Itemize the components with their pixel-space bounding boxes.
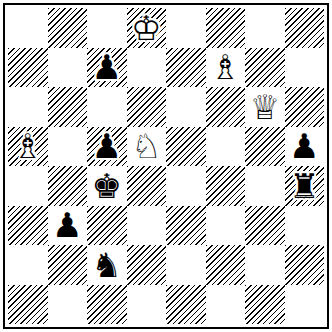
square-d8[interactable]: ♚♔ (127, 8, 167, 48)
queen-icon: ♕ (245, 87, 285, 127)
pawn-icon: ♟ (87, 48, 127, 88)
black-king-c4[interactable]: ♚ (87, 166, 127, 206)
square-b4[interactable] (48, 166, 88, 206)
square-b8[interactable] (48, 8, 88, 48)
board-frame: ♚♔♟♝♗♛♕♝♗♟♞♘♟♚♜♟♞ (3, 3, 329, 329)
square-a8[interactable] (8, 8, 48, 48)
square-c3[interactable] (87, 206, 127, 246)
square-c4[interactable]: ♚ (87, 166, 127, 206)
pawn-icon: ♟ (87, 127, 127, 167)
square-c1[interactable] (87, 285, 127, 325)
white-bishop-f7[interactable]: ♝♗ (206, 48, 246, 88)
chess-diagram: ♚♔♟♝♗♛♕♝♗♟♞♘♟♚♜♟♞ (0, 0, 332, 332)
square-e6[interactable] (166, 87, 206, 127)
black-pawn-c7[interactable]: ♟ (87, 48, 127, 88)
square-b5[interactable] (48, 127, 88, 167)
square-h2[interactable] (285, 245, 325, 285)
square-c8[interactable] (87, 8, 127, 48)
square-c2[interactable]: ♞ (87, 245, 127, 285)
square-a4[interactable] (8, 166, 48, 206)
square-f3[interactable] (206, 206, 246, 246)
square-g7[interactable] (245, 48, 285, 88)
square-h1[interactable] (285, 285, 325, 325)
square-h4[interactable]: ♜ (285, 166, 325, 206)
white-queen-g6[interactable]: ♛♕ (245, 87, 285, 127)
square-c7[interactable]: ♟ (87, 48, 127, 88)
square-d2[interactable] (127, 245, 167, 285)
square-g6[interactable]: ♛♕ (245, 87, 285, 127)
knight-icon: ♞ (87, 245, 127, 285)
square-e7[interactable] (166, 48, 206, 88)
square-f7[interactable]: ♝♗ (206, 48, 246, 88)
square-b2[interactable] (48, 245, 88, 285)
square-g2[interactable] (245, 245, 285, 285)
square-f1[interactable] (206, 285, 246, 325)
square-b7[interactable] (48, 48, 88, 88)
square-e2[interactable] (166, 245, 206, 285)
black-pawn-c5[interactable]: ♟ (87, 127, 127, 167)
square-e4[interactable] (166, 166, 206, 206)
square-g4[interactable] (245, 166, 285, 206)
square-d3[interactable] (127, 206, 167, 246)
square-g5[interactable] (245, 127, 285, 167)
knight-icon: ♘ (127, 127, 167, 167)
square-d6[interactable] (127, 87, 167, 127)
king-icon: ♚ (87, 166, 127, 206)
rook-icon: ♜ (285, 166, 325, 206)
square-h7[interactable] (285, 48, 325, 88)
square-f6[interactable] (206, 87, 246, 127)
square-a5[interactable]: ♝♗ (8, 127, 48, 167)
chess-board: ♚♔♟♝♗♛♕♝♗♟♞♘♟♚♜♟♞ (8, 8, 324, 324)
square-h3[interactable] (285, 206, 325, 246)
square-e5[interactable] (166, 127, 206, 167)
square-g3[interactable] (245, 206, 285, 246)
square-d5[interactable]: ♞♘ (127, 127, 167, 167)
bishop-icon: ♗ (206, 48, 246, 88)
square-a7[interactable] (8, 48, 48, 88)
square-e8[interactable] (166, 8, 206, 48)
square-a1[interactable] (8, 285, 48, 325)
square-b6[interactable] (48, 87, 88, 127)
king-icon: ♔ (127, 8, 167, 48)
square-a2[interactable] (8, 245, 48, 285)
white-bishop-a5[interactable]: ♝♗ (8, 127, 48, 167)
square-h5[interactable]: ♟ (285, 127, 325, 167)
black-pawn-b3[interactable]: ♟ (48, 206, 88, 246)
square-b3[interactable]: ♟ (48, 206, 88, 246)
square-d7[interactable] (127, 48, 167, 88)
pawn-icon: ♟ (48, 206, 88, 246)
square-g8[interactable] (245, 8, 285, 48)
pawn-icon: ♟ (285, 127, 325, 167)
square-a3[interactable] (8, 206, 48, 246)
black-knight-c2[interactable]: ♞ (87, 245, 127, 285)
square-d1[interactable] (127, 285, 167, 325)
bishop-icon: ♗ (8, 127, 48, 167)
square-a6[interactable] (8, 87, 48, 127)
square-c5[interactable]: ♟ (87, 127, 127, 167)
square-h6[interactable] (285, 87, 325, 127)
square-b1[interactable] (48, 285, 88, 325)
square-d4[interactable] (127, 166, 167, 206)
square-f2[interactable] (206, 245, 246, 285)
black-rook-h4[interactable]: ♜ (285, 166, 325, 206)
black-pawn-h5[interactable]: ♟ (285, 127, 325, 167)
square-c6[interactable] (87, 87, 127, 127)
square-f8[interactable] (206, 8, 246, 48)
square-f5[interactable] (206, 127, 246, 167)
white-king-d8[interactable]: ♚♔ (127, 8, 167, 48)
square-e1[interactable] (166, 285, 206, 325)
white-knight-d5[interactable]: ♞♘ (127, 127, 167, 167)
square-f4[interactable] (206, 166, 246, 206)
square-e3[interactable] (166, 206, 206, 246)
square-h8[interactable] (285, 8, 325, 48)
square-g1[interactable] (245, 285, 285, 325)
